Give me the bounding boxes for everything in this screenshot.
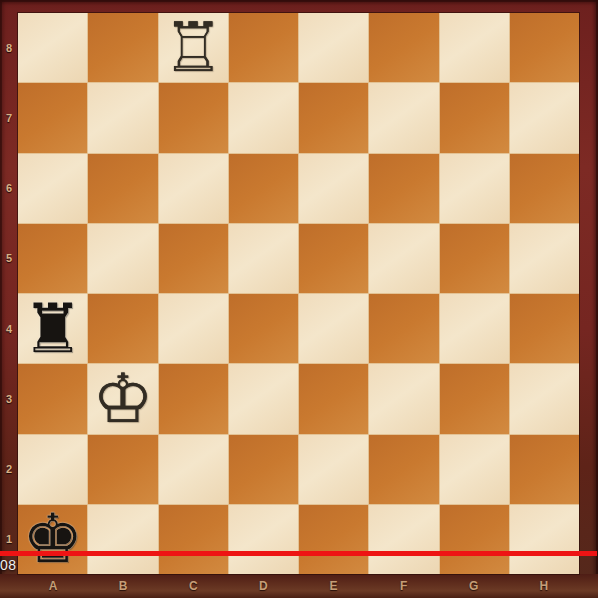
square-b8[interactable]	[88, 13, 157, 82]
file-label-f: F	[369, 576, 439, 596]
piece-black-king-a1[interactable]: ♚	[18, 505, 87, 574]
square-a8[interactable]	[18, 13, 87, 82]
rank-labels: 87654321	[0, 13, 18, 574]
file-label-e: E	[299, 576, 369, 596]
piece-white-king-b3[interactable]: ♔	[88, 364, 157, 433]
square-d1[interactable]	[229, 505, 298, 574]
square-c8[interactable]: ♖	[159, 13, 228, 82]
file-label-h: H	[509, 576, 579, 596]
square-c7[interactable]	[159, 83, 228, 152]
square-c2[interactable]	[159, 435, 228, 504]
file-label-a: A	[18, 576, 88, 596]
square-f1[interactable]	[369, 505, 438, 574]
square-b4[interactable]	[88, 294, 157, 363]
piece-black-rook-a4[interactable]: ♜	[18, 294, 87, 363]
square-d2[interactable]	[229, 435, 298, 504]
file-label-b: B	[88, 576, 158, 596]
file-label-g: G	[439, 576, 509, 596]
piece-white-rook-c8[interactable]: ♖	[159, 13, 228, 82]
square-e4[interactable]	[299, 294, 368, 363]
square-a3[interactable]	[18, 364, 87, 433]
square-h8[interactable]	[510, 13, 579, 82]
file-label-c: C	[158, 576, 228, 596]
square-b6[interactable]	[88, 154, 157, 223]
square-e5[interactable]	[299, 224, 368, 293]
chess-board-frame: ♖♜♔♚ 87654321 ABCDEFGH	[0, 0, 598, 598]
square-g5[interactable]	[440, 224, 509, 293]
square-b3[interactable]: ♔	[88, 364, 157, 433]
square-a7[interactable]	[18, 83, 87, 152]
square-c6[interactable]	[159, 154, 228, 223]
square-a5[interactable]	[18, 224, 87, 293]
square-h6[interactable]	[510, 154, 579, 223]
rank-label-3: 3	[0, 364, 18, 434]
square-h3[interactable]	[510, 364, 579, 433]
screenshot-stage: ♖♜♔♚ 87654321 ABCDEFGH 08	[0, 0, 602, 598]
square-e1[interactable]	[299, 505, 368, 574]
square-f6[interactable]	[369, 154, 438, 223]
square-d5[interactable]	[229, 224, 298, 293]
rank-label-8: 8	[0, 13, 18, 83]
square-f3[interactable]	[369, 364, 438, 433]
square-h1[interactable]	[510, 505, 579, 574]
square-d4[interactable]	[229, 294, 298, 363]
square-c1[interactable]	[159, 505, 228, 574]
square-a6[interactable]	[18, 154, 87, 223]
square-d8[interactable]	[229, 13, 298, 82]
square-g4[interactable]	[440, 294, 509, 363]
video-progress-line[interactable]	[0, 551, 597, 556]
square-e2[interactable]	[299, 435, 368, 504]
chess-board-grid: ♖♜♔♚	[18, 13, 579, 574]
square-c5[interactable]	[159, 224, 228, 293]
square-a4[interactable]: ♜	[18, 294, 87, 363]
rank-label-6: 6	[0, 153, 18, 223]
square-f8[interactable]	[369, 13, 438, 82]
square-g2[interactable]	[440, 435, 509, 504]
rank-label-4: 4	[0, 294, 18, 364]
file-labels: ABCDEFGH	[18, 576, 579, 596]
square-h4[interactable]	[510, 294, 579, 363]
square-h2[interactable]	[510, 435, 579, 504]
square-g8[interactable]	[440, 13, 509, 82]
square-g3[interactable]	[440, 364, 509, 433]
rank-label-5: 5	[0, 223, 18, 293]
square-e6[interactable]	[299, 154, 368, 223]
square-e3[interactable]	[299, 364, 368, 433]
square-e7[interactable]	[299, 83, 368, 152]
square-b1[interactable]	[88, 505, 157, 574]
square-b2[interactable]	[88, 435, 157, 504]
square-f7[interactable]	[369, 83, 438, 152]
square-a1[interactable]: ♚	[18, 505, 87, 574]
video-timestamp: 08	[0, 557, 17, 573]
square-h7[interactable]	[510, 83, 579, 152]
square-d3[interactable]	[229, 364, 298, 433]
square-d6[interactable]	[229, 154, 298, 223]
square-c3[interactable]	[159, 364, 228, 433]
square-b7[interactable]	[88, 83, 157, 152]
square-f2[interactable]	[369, 435, 438, 504]
square-g7[interactable]	[440, 83, 509, 152]
square-g1[interactable]	[440, 505, 509, 574]
square-c4[interactable]	[159, 294, 228, 363]
square-f5[interactable]	[369, 224, 438, 293]
file-label-d: D	[228, 576, 298, 596]
square-e8[interactable]	[299, 13, 368, 82]
square-b5[interactable]	[88, 224, 157, 293]
square-d7[interactable]	[229, 83, 298, 152]
square-g6[interactable]	[440, 154, 509, 223]
rank-label-7: 7	[0, 83, 18, 153]
square-h5[interactable]	[510, 224, 579, 293]
square-f4[interactable]	[369, 294, 438, 363]
rank-label-2: 2	[0, 434, 18, 504]
square-a2[interactable]	[18, 435, 87, 504]
